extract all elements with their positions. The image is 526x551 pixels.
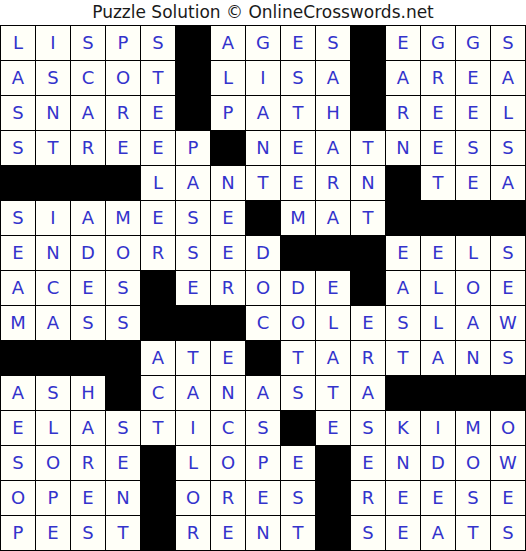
letter-cell: S [36, 376, 71, 411]
cell-letter: T [48, 139, 59, 157]
block-cell [1, 166, 36, 201]
block-cell [36, 341, 71, 376]
cell-letter: T [153, 69, 164, 87]
block-cell [36, 166, 71, 201]
letter-cell: P [36, 481, 71, 516]
letter-cell: E [106, 131, 141, 166]
cell-letter: E [327, 419, 338, 437]
cell-letter: E [362, 314, 373, 332]
cell-letter: A [82, 419, 94, 437]
cell-letter: E [187, 279, 198, 297]
cell-letter: S [47, 384, 58, 402]
letter-cell: M [106, 201, 141, 236]
cell-letter: T [363, 209, 374, 227]
letter-cell: A [316, 131, 351, 166]
block-cell [351, 61, 386, 96]
cell-letter: E [397, 489, 408, 507]
block-cell [316, 481, 351, 516]
cell-letter: O [46, 454, 60, 472]
cell-letter: N [221, 384, 234, 402]
letter-cell: E [421, 236, 456, 271]
cell-letter: D [291, 279, 305, 297]
crossword-solution-page: Puzzle Solution © OnlineCrosswords.net L… [0, 0, 526, 551]
cell-letter: E [222, 349, 233, 367]
letter-cell: E [246, 481, 281, 516]
block-cell [351, 96, 386, 131]
cell-letter: R [82, 139, 95, 157]
block-cell [246, 341, 281, 376]
cell-letter: T [153, 419, 164, 437]
cell-letter: A [222, 34, 234, 52]
letter-cell: R [141, 236, 176, 271]
cell-letter: D [431, 454, 445, 472]
cell-letter: R [117, 104, 130, 122]
page-title: Puzzle Solution © OnlineCrosswords.net [92, 0, 434, 25]
letter-cell: R [211, 271, 246, 306]
cell-letter: E [432, 244, 443, 262]
cell-letter: A [187, 174, 199, 192]
letter-cell: L [1, 26, 36, 61]
cell-letter: S [82, 314, 93, 332]
letter-cell: A [316, 201, 351, 236]
cell-letter: L [48, 419, 58, 437]
cell-letter: A [502, 174, 514, 192]
letter-cell: S [176, 236, 211, 271]
letter-cell: O [106, 61, 141, 96]
letter-cell: E [421, 481, 456, 516]
letter-cell: E [386, 481, 421, 516]
letter-cell: I [246, 61, 281, 96]
letter-cell: N [456, 341, 491, 376]
cell-letter: O [256, 279, 270, 297]
cell-letter: A [362, 384, 374, 402]
letter-cell: C [211, 411, 246, 446]
cell-letter: E [12, 244, 23, 262]
cell-letter: P [258, 454, 269, 472]
letter-cell: E [1, 411, 36, 446]
letter-cell: M [456, 411, 491, 446]
cell-letter: A [397, 279, 409, 297]
letter-cell: T [281, 96, 316, 131]
block-cell [386, 376, 421, 411]
cell-letter: O [466, 454, 480, 472]
cell-letter: P [223, 104, 234, 122]
letter-cell: E [491, 271, 526, 306]
letter-cell: I [36, 26, 71, 61]
letter-cell: S [36, 61, 71, 96]
cell-letter: E [362, 454, 373, 472]
letter-cell: E [456, 61, 491, 96]
cell-letter: P [13, 524, 24, 542]
letter-cell: T [351, 131, 386, 166]
cell-letter: S [117, 419, 128, 437]
cell-letter: T [468, 524, 479, 542]
block-cell [106, 341, 141, 376]
cell-letter: A [152, 349, 164, 367]
letter-cell: A [71, 201, 106, 236]
letter-cell: R [351, 481, 386, 516]
cell-letter: C [257, 314, 270, 332]
letter-cell: P [246, 446, 281, 481]
cell-letter: O [291, 314, 305, 332]
block-cell [421, 201, 456, 236]
cell-letter: T [258, 174, 269, 192]
cell-letter: E [82, 279, 93, 297]
letter-cell: A [71, 411, 106, 446]
cell-letter: M [115, 209, 131, 227]
cell-letter: O [466, 279, 480, 297]
cell-letter: I [50, 34, 55, 52]
letter-cell: O [281, 306, 316, 341]
cell-letter: T [398, 349, 409, 367]
cell-letter: E [467, 174, 478, 192]
letter-cell: S [71, 516, 106, 551]
letter-cell: N [106, 481, 141, 516]
block-cell [176, 26, 211, 61]
letter-cell: E [106, 446, 141, 481]
cell-letter: R [432, 69, 445, 87]
letter-cell: E [211, 201, 246, 236]
cell-letter: L [433, 314, 443, 332]
cell-letter: E [117, 139, 128, 157]
letter-cell: N [211, 376, 246, 411]
letter-cell: O [491, 411, 526, 446]
cell-letter: S [397, 314, 408, 332]
letter-cell: R [421, 61, 456, 96]
letter-cell: S [1, 201, 36, 236]
cell-letter: S [12, 139, 23, 157]
letter-cell: A [386, 271, 421, 306]
cell-letter: E [222, 209, 233, 227]
cell-letter: C [222, 419, 235, 437]
letter-cell: D [421, 446, 456, 481]
cell-letter: T [293, 104, 304, 122]
cell-letter: T [293, 349, 304, 367]
cell-letter: L [188, 454, 198, 472]
cell-letter: G [256, 34, 270, 52]
letter-cell: E [421, 96, 456, 131]
cell-letter: E [432, 104, 443, 122]
letter-cell: O [1, 481, 36, 516]
letter-cell: E [316, 411, 351, 446]
letter-cell: S [281, 481, 316, 516]
letter-cell: R [106, 96, 141, 131]
letter-cell: C [246, 306, 281, 341]
letter-cell: A [351, 376, 386, 411]
letter-cell: E [386, 26, 421, 61]
letter-cell: S [281, 61, 316, 96]
cell-letter: O [221, 454, 235, 472]
block-cell [141, 481, 176, 516]
cell-letter: S [257, 419, 268, 437]
letter-cell: A [211, 26, 246, 61]
letter-cell: H [316, 96, 351, 131]
letter-cell: C [71, 61, 106, 96]
letter-cell: L [421, 271, 456, 306]
letter-cell: S [491, 131, 526, 166]
cell-letter: E [432, 139, 443, 157]
cell-letter: A [327, 139, 339, 157]
letter-cell: E [141, 201, 176, 236]
cell-letter: E [327, 279, 338, 297]
letter-cell: N [246, 131, 281, 166]
letter-cell: E [176, 271, 211, 306]
letter-cell: A [71, 96, 106, 131]
cell-letter: S [502, 244, 513, 262]
cell-letter: E [432, 489, 443, 507]
cell-letter: E [292, 174, 303, 192]
letter-cell: E [71, 481, 106, 516]
cell-letter: I [50, 209, 55, 227]
block-cell [211, 306, 246, 341]
cell-letter: S [327, 34, 338, 52]
letter-cell: O [456, 446, 491, 481]
letter-cell: E [281, 26, 316, 61]
letter-cell: G [456, 26, 491, 61]
block-cell [176, 306, 211, 341]
letter-cell: R [211, 481, 246, 516]
letter-cell: E [71, 271, 106, 306]
letter-cell: L [316, 306, 351, 341]
cell-letter: O [116, 244, 130, 262]
letter-cell: A [316, 341, 351, 376]
cell-letter: S [152, 34, 163, 52]
letter-cell: A [386, 61, 421, 96]
block-cell [421, 376, 456, 411]
letter-cell: S [456, 131, 491, 166]
letter-cell: N [351, 166, 386, 201]
cell-letter: S [82, 34, 93, 52]
cell-letter: T [188, 349, 199, 367]
cell-letter: A [397, 69, 409, 87]
letter-cell: W [491, 446, 526, 481]
cell-letter: S [47, 69, 58, 87]
cell-letter: L [13, 34, 23, 52]
letter-cell: T [281, 516, 316, 551]
cell-letter: S [187, 209, 198, 227]
letter-cell: P [106, 26, 141, 61]
letter-cell: A [491, 166, 526, 201]
cell-letter: E [12, 419, 23, 437]
letter-cell: N [211, 166, 246, 201]
cell-letter: S [12, 104, 23, 122]
letter-cell: I [36, 201, 71, 236]
block-cell [281, 411, 316, 446]
letter-cell: S [106, 411, 141, 446]
cell-letter: E [502, 489, 513, 507]
cell-letter: N [46, 244, 59, 262]
cell-letter: A [502, 69, 514, 87]
letter-cell: D [281, 271, 316, 306]
block-cell [281, 236, 316, 271]
letter-cell: L [141, 166, 176, 201]
letter-cell: A [246, 96, 281, 131]
letter-cell: N [386, 446, 421, 481]
title-bar: Puzzle Solution © OnlineCrosswords.net [0, 0, 526, 25]
cell-letter: M [465, 419, 481, 437]
letter-cell: L [491, 96, 526, 131]
letter-cell: O [106, 236, 141, 271]
cell-letter: S [502, 34, 513, 52]
cell-letter: E [222, 524, 233, 542]
letter-cell: C [36, 271, 71, 306]
letter-cell: S [491, 341, 526, 376]
letter-cell: E [1, 236, 36, 271]
cell-letter: E [502, 279, 513, 297]
letter-cell: L [176, 446, 211, 481]
letter-cell: T [316, 376, 351, 411]
letter-cell: E [211, 516, 246, 551]
letter-cell: S [141, 26, 176, 61]
cell-letter: O [186, 489, 200, 507]
letter-cell: T [176, 341, 211, 376]
block-cell [141, 306, 176, 341]
letter-cell: I [421, 411, 456, 446]
letter-cell: T [36, 131, 71, 166]
letter-cell: L [36, 411, 71, 446]
cell-letter: R [362, 349, 375, 367]
letter-cell: P [211, 96, 246, 131]
block-cell [141, 516, 176, 551]
letter-cell: S [491, 236, 526, 271]
cell-letter: N [256, 139, 269, 157]
cell-letter: S [467, 489, 478, 507]
cell-letter: P [48, 489, 59, 507]
cell-letter: R [187, 524, 200, 542]
letter-cell: L [211, 61, 246, 96]
letter-cell: A [141, 341, 176, 376]
letter-cell: O [456, 271, 491, 306]
cell-letter: E [117, 454, 128, 472]
letter-cell: A [1, 271, 36, 306]
cell-letter: H [326, 104, 340, 122]
block-cell [491, 376, 526, 411]
cell-letter: M [10, 314, 26, 332]
cell-letter: L [468, 244, 478, 262]
cell-letter: E [467, 69, 478, 87]
cell-letter: E [467, 104, 478, 122]
letter-cell: R [71, 446, 106, 481]
cell-letter: W [499, 314, 517, 332]
cell-letter: R [362, 489, 375, 507]
block-cell [141, 446, 176, 481]
cell-letter: N [221, 174, 234, 192]
letter-cell: D [246, 236, 281, 271]
cell-letter: I [435, 419, 440, 437]
letter-cell: S [351, 411, 386, 446]
cell-letter: A [327, 209, 339, 227]
block-cell [491, 201, 526, 236]
cell-letter: R [152, 244, 165, 262]
cell-letter: S [117, 314, 128, 332]
cell-letter: S [292, 489, 303, 507]
cell-letter: G [431, 34, 445, 52]
letter-cell: E [141, 131, 176, 166]
cell-letter: E [257, 489, 268, 507]
cell-letter: T [363, 139, 374, 157]
cell-letter: E [292, 34, 303, 52]
cell-letter: S [362, 524, 373, 542]
cell-letter: R [327, 174, 340, 192]
cell-letter: N [46, 104, 59, 122]
cell-letter: N [361, 174, 374, 192]
letter-cell: R [71, 131, 106, 166]
cell-letter: S [12, 454, 23, 472]
cell-letter: W [499, 454, 517, 472]
cell-letter: T [433, 174, 444, 192]
cell-letter: T [118, 524, 129, 542]
cell-letter: N [256, 524, 269, 542]
block-cell [176, 61, 211, 96]
cell-letter: E [82, 489, 93, 507]
letter-cell: A [1, 61, 36, 96]
letter-cell: T [141, 411, 176, 446]
cell-letter: C [152, 384, 165, 402]
letter-cell: E [211, 341, 246, 376]
cell-letter: K [397, 419, 409, 437]
letter-cell: S [71, 306, 106, 341]
letter-cell: O [36, 446, 71, 481]
cell-letter: E [292, 454, 303, 472]
letter-cell: E [281, 446, 316, 481]
letter-cell: T [351, 201, 386, 236]
cell-letter: S [502, 139, 513, 157]
cell-letter: C [82, 69, 95, 87]
cell-letter: A [47, 314, 59, 332]
cell-letter: O [116, 69, 130, 87]
cell-letter: L [153, 174, 163, 192]
cell-letter: C [47, 279, 60, 297]
block-cell [386, 201, 421, 236]
letter-cell: A [421, 341, 456, 376]
letter-cell: N [246, 516, 281, 551]
letter-cell: E [386, 516, 421, 551]
cell-letter: L [433, 279, 443, 297]
letter-cell: G [421, 26, 456, 61]
cell-letter: A [257, 384, 269, 402]
letter-cell: E [491, 481, 526, 516]
block-cell [211, 131, 246, 166]
block-cell [351, 26, 386, 61]
block-cell [71, 341, 106, 376]
block-cell [456, 376, 491, 411]
letter-cell: E [36, 516, 71, 551]
letter-cell: S [491, 516, 526, 551]
letter-cell: S [281, 376, 316, 411]
block-cell [176, 96, 211, 131]
letter-cell: T [421, 166, 456, 201]
letter-cell: T [281, 341, 316, 376]
cell-letter: A [432, 349, 444, 367]
cell-letter: O [501, 419, 515, 437]
letter-cell: T [386, 341, 421, 376]
crossword-grid: LISPSAGESEGGSASCOTLISAAREASNAREPATHREELS… [0, 25, 526, 551]
letter-cell: A [316, 61, 351, 96]
cell-letter: R [222, 489, 235, 507]
cell-letter: S [502, 524, 513, 542]
letter-cell: R [351, 341, 386, 376]
letter-cell: R [316, 166, 351, 201]
letter-cell: G [246, 26, 281, 61]
cell-letter: T [293, 524, 304, 542]
cell-letter: E [292, 139, 303, 157]
block-cell [316, 446, 351, 481]
cell-letter: G [466, 34, 480, 52]
letter-cell: P [176, 131, 211, 166]
cell-letter: A [82, 104, 94, 122]
cell-letter: L [328, 314, 338, 332]
cell-letter: I [260, 69, 265, 87]
